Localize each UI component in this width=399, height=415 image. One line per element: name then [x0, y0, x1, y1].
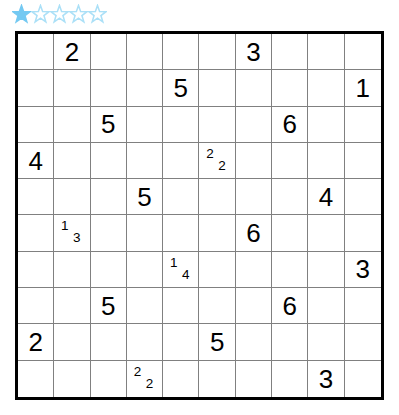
- cell-r2c7[interactable]: [236, 70, 272, 106]
- star-filled-icon: [12, 4, 31, 24]
- cell-r8c8[interactable]: 6: [272, 288, 308, 324]
- cell-r4c1[interactable]: 4: [18, 143, 54, 179]
- cell-r1c2[interactable]: 2: [54, 34, 90, 70]
- cell-r9c1[interactable]: 2: [18, 324, 54, 360]
- cell-r8c4[interactable]: [127, 288, 163, 324]
- cell-r7c2[interactable]: [54, 252, 90, 288]
- cell-r10c4[interactable]: 22: [127, 361, 163, 397]
- cell-r1c5[interactable]: [163, 34, 199, 70]
- cell-r3c7[interactable]: [236, 107, 272, 143]
- cell-r1c8[interactable]: [272, 34, 308, 70]
- cell-r1c4[interactable]: [127, 34, 163, 70]
- cell-r8c9[interactable]: [308, 288, 344, 324]
- cell-r7c4[interactable]: [127, 252, 163, 288]
- cell-r3c9[interactable]: [308, 107, 344, 143]
- star-empty-icon: [31, 4, 50, 24]
- cell-r5c5[interactable]: [163, 179, 199, 215]
- cell-r5c9[interactable]: 4: [308, 179, 344, 215]
- cell-r9c9[interactable]: [308, 324, 344, 360]
- cell-r3c10[interactable]: [345, 107, 381, 143]
- cell-r9c8[interactable]: [272, 324, 308, 360]
- clue-number: 3: [246, 39, 260, 65]
- clue-number: 3: [319, 366, 333, 392]
- cell-r2c5[interactable]: 5: [163, 70, 199, 106]
- cell-r10c8[interactable]: [272, 361, 308, 397]
- cell-r8c1[interactable]: [18, 288, 54, 324]
- cell-r4c3[interactable]: [91, 143, 127, 179]
- clue-number: 5: [210, 329, 224, 355]
- cell-r3c2[interactable]: [54, 107, 90, 143]
- cell-r4c7[interactable]: [236, 143, 272, 179]
- cell-r2c8[interactable]: [272, 70, 308, 106]
- cell-r7c8[interactable]: [272, 252, 308, 288]
- cell-r7c3[interactable]: [91, 252, 127, 288]
- cell-r10c5[interactable]: [163, 361, 199, 397]
- cell-r6c9[interactable]: [308, 215, 344, 251]
- clue-number: 1: [356, 75, 370, 101]
- cell-r10c1[interactable]: [18, 361, 54, 397]
- clue-number: 2: [218, 159, 226, 173]
- cell-r1c7[interactable]: 3: [236, 34, 272, 70]
- cell-r4c5[interactable]: [163, 143, 199, 179]
- cell-r1c3[interactable]: [91, 34, 127, 70]
- cell-r2c10[interactable]: 1: [345, 70, 381, 106]
- cell-r5c7[interactable]: [236, 179, 272, 215]
- cell-r5c3[interactable]: [91, 179, 127, 215]
- clue-number: 2: [146, 378, 154, 392]
- cell-r9c10[interactable]: [345, 324, 381, 360]
- cell-r6c1[interactable]: [18, 215, 54, 251]
- cell-r9c5[interactable]: [163, 324, 199, 360]
- cell-r1c9[interactable]: [308, 34, 344, 70]
- cell-r2c4[interactable]: [127, 70, 163, 106]
- clue-number: 4: [28, 148, 42, 174]
- cell-r9c4[interactable]: [127, 324, 163, 360]
- clue-number: 5: [101, 111, 115, 137]
- cell-r6c4[interactable]: [127, 215, 163, 251]
- clue-number: 6: [283, 111, 297, 137]
- cell-r4c10[interactable]: [345, 143, 381, 179]
- clue-number: 3: [73, 232, 81, 246]
- clue-number: 4: [182, 268, 190, 282]
- star-empty-icon: [69, 4, 88, 24]
- star-empty-icon: [50, 4, 69, 24]
- cell-r6c5[interactable]: [163, 215, 199, 251]
- cell-r3c3[interactable]: 5: [91, 107, 127, 143]
- cell-r5c2[interactable]: [54, 179, 90, 215]
- cell-r4c2[interactable]: [54, 143, 90, 179]
- cell-r6c6[interactable]: [199, 215, 235, 251]
- clue-number: 3: [356, 256, 370, 282]
- cell-r6c7[interactable]: 6: [236, 215, 272, 251]
- cell-r3c8[interactable]: 6: [272, 107, 308, 143]
- clue-number: 4: [319, 184, 333, 210]
- cell-r6c3[interactable]: [91, 215, 127, 251]
- difficulty-rating: [12, 4, 107, 24]
- cell-r1c10[interactable]: [345, 34, 381, 70]
- cell-r7c6[interactable]: [199, 252, 235, 288]
- cell-r2c1[interactable]: [18, 70, 54, 106]
- cell-r2c9[interactable]: [308, 70, 344, 106]
- cell-r6c8[interactable]: [272, 215, 308, 251]
- cell-r4c4[interactable]: [127, 143, 163, 179]
- clue-number: 5: [101, 293, 115, 319]
- clue-number: 1: [61, 220, 69, 234]
- cell-r8c2[interactable]: [54, 288, 90, 324]
- cell-r5c6[interactable]: [199, 179, 235, 215]
- cell-r7c1[interactable]: [18, 252, 54, 288]
- clue-number: 2: [206, 147, 214, 161]
- puzzle-board: 235156422541361435625223: [15, 31, 384, 400]
- cell-r10c2[interactable]: [54, 361, 90, 397]
- cell-r9c2[interactable]: [54, 324, 90, 360]
- cell-r8c10[interactable]: [345, 288, 381, 324]
- cell-r3c6[interactable]: [199, 107, 235, 143]
- cell-r7c7[interactable]: [236, 252, 272, 288]
- clue-number: 6: [283, 293, 297, 319]
- cell-r2c6[interactable]: [199, 70, 235, 106]
- cell-r3c1[interactable]: [18, 107, 54, 143]
- cell-r8c5[interactable]: [163, 288, 199, 324]
- clue-number: 2: [28, 329, 42, 355]
- cell-r7c9[interactable]: [308, 252, 344, 288]
- cell-r4c9[interactable]: [308, 143, 344, 179]
- cell-r10c7[interactable]: [236, 361, 272, 397]
- clue-number: 1: [170, 256, 178, 270]
- cell-r5c8[interactable]: [272, 179, 308, 215]
- clue-number: 6: [246, 220, 260, 246]
- cell-r8c3[interactable]: 5: [91, 288, 127, 324]
- cell-r2c2[interactable]: [54, 70, 90, 106]
- cell-r10c3[interactable]: [91, 361, 127, 397]
- cell-r5c10[interactable]: [345, 179, 381, 215]
- cell-r4c8[interactable]: [272, 143, 308, 179]
- cell-r1c1[interactable]: [18, 34, 54, 70]
- cell-r9c7[interactable]: [236, 324, 272, 360]
- star-empty-icon: [88, 4, 107, 24]
- cell-r3c5[interactable]: [163, 107, 199, 143]
- clue-number: 2: [134, 365, 142, 379]
- cell-r6c2[interactable]: 13: [54, 215, 90, 251]
- cell-r9c3[interactable]: [91, 324, 127, 360]
- cell-r10c10[interactable]: [345, 361, 381, 397]
- cell-r6c10[interactable]: [345, 215, 381, 251]
- cell-r7c10[interactable]: 3: [345, 252, 381, 288]
- cell-r2c3[interactable]: [91, 70, 127, 106]
- cell-r8c7[interactable]: [236, 288, 272, 324]
- cell-r7c5[interactable]: 14: [163, 252, 199, 288]
- cell-r8c6[interactable]: [199, 288, 235, 324]
- cell-r10c9[interactable]: 3: [308, 361, 344, 397]
- cell-r5c1[interactable]: [18, 179, 54, 215]
- cell-r5c4[interactable]: 5: [127, 179, 163, 215]
- cell-r3c4[interactable]: [127, 107, 163, 143]
- cell-r9c6[interactable]: 5: [199, 324, 235, 360]
- cell-r10c6[interactable]: [199, 361, 235, 397]
- clue-number: 5: [137, 184, 151, 210]
- clue-number: 2: [65, 39, 79, 65]
- cell-r1c6[interactable]: [199, 34, 235, 70]
- clue-number: 5: [174, 75, 188, 101]
- cell-r4c6[interactable]: 22: [199, 143, 235, 179]
